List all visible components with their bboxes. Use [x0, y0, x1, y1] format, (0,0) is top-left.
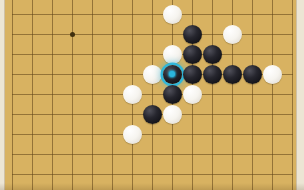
stone-black	[203, 45, 222, 64]
stone-black	[183, 65, 202, 84]
stone-white	[163, 5, 182, 24]
stone-white	[163, 45, 182, 64]
stone-white	[143, 65, 162, 84]
stone-black	[183, 45, 202, 64]
stone-white	[183, 85, 202, 104]
stone-black	[183, 25, 202, 44]
stone-black	[143, 105, 162, 124]
stone-black-last-move	[163, 65, 182, 84]
last-move-dot	[169, 71, 175, 77]
stone-black	[223, 65, 242, 84]
stone-white	[223, 25, 242, 44]
stone-white	[123, 85, 142, 104]
stone-white	[263, 65, 282, 84]
stone-black	[203, 65, 222, 84]
board-grid[interactable]	[2, 4, 302, 184]
stone-white	[163, 105, 182, 124]
stone-black	[163, 85, 182, 104]
stone-white	[123, 125, 142, 144]
gomoku-board[interactable]	[0, 0, 304, 190]
stone-black	[243, 65, 262, 84]
